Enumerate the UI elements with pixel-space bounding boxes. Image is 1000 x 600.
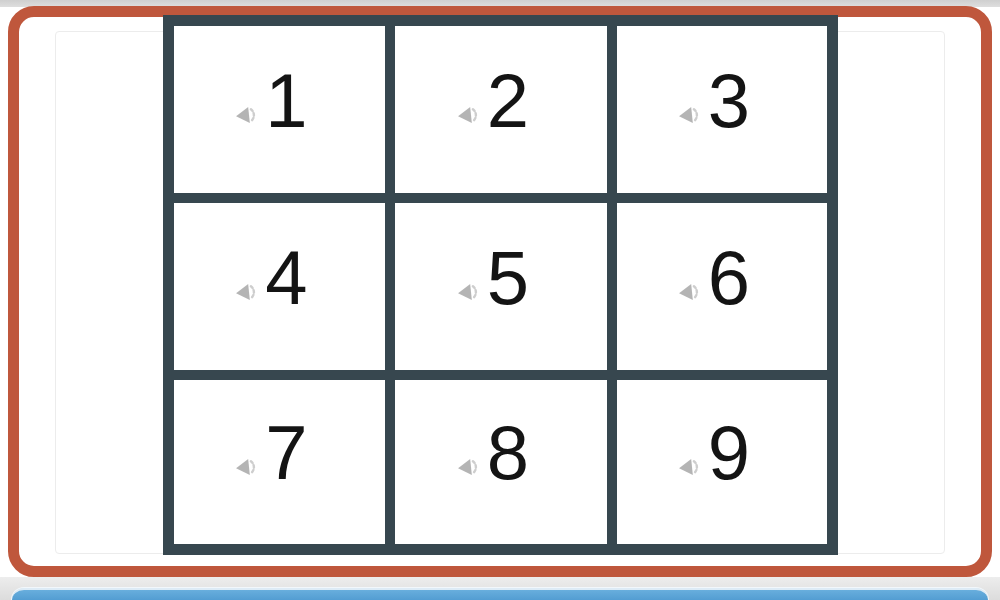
cell-8[interactable]: 8 [395,380,607,544]
speaker-icon[interactable] [234,455,263,480]
cell-number: 2 [487,63,529,139]
cell-5[interactable]: 5 [395,203,607,370]
speaker-icon[interactable] [456,102,485,127]
cell-1[interactable]: 1 [174,26,385,193]
speaker-icon[interactable] [234,279,263,304]
cell-4[interactable]: 4 [174,203,385,370]
number-grid: 1 2 3 4 [163,15,838,555]
cell-number: 6 [708,240,750,316]
speaker-icon[interactable] [456,455,485,480]
speaker-icon[interactable] [677,279,706,304]
cell-9[interactable]: 9 [617,380,827,544]
cell-number: 1 [265,63,307,139]
cell-number: 4 [265,240,307,316]
cell-number: 5 [487,240,529,316]
cell-3[interactable]: 3 [617,26,827,193]
cell-7[interactable]: 7 [174,380,385,544]
speaker-icon[interactable] [234,102,263,127]
cell-number: 3 [708,63,750,139]
bottom-bar[interactable] [12,588,988,600]
speaker-icon[interactable] [456,279,485,304]
speaker-icon[interactable] [677,455,706,480]
cell-number: 9 [708,415,750,491]
cell-2[interactable]: 2 [395,26,607,193]
cell-number: 8 [487,415,529,491]
speaker-icon[interactable] [677,102,706,127]
cell-6[interactable]: 6 [617,203,827,370]
cell-number: 7 [265,415,307,491]
